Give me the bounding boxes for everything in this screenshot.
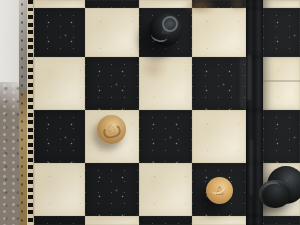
black-pawn[interactable]: ♟ bbox=[149, 13, 182, 46]
board-square-r3c2[interactable] bbox=[139, 110, 192, 163]
board-square-r5c2[interactable] bbox=[139, 216, 192, 225]
board-square-r2c1[interactable] bbox=[85, 57, 139, 110]
board-square-r5c5[interactable] bbox=[263, 216, 300, 225]
board-square-r2c2[interactable] bbox=[139, 57, 192, 110]
board-square-r2c0[interactable] bbox=[34, 57, 85, 110]
black-bishop[interactable]: ♝ bbox=[267, 166, 300, 204]
board-hinge bbox=[246, 110, 263, 163]
board-square-r0c0[interactable] bbox=[34, 0, 85, 8]
white-knight[interactable]: ♘ bbox=[97, 115, 126, 144]
board-border bbox=[27, 0, 34, 225]
board-hinge bbox=[246, 8, 263, 57]
board-square-r1c0[interactable] bbox=[34, 8, 85, 57]
board-square-r1c1[interactable] bbox=[85, 8, 139, 57]
board-square-r4c0[interactable] bbox=[34, 163, 85, 216]
white-pawn[interactable]: ♙ bbox=[206, 177, 233, 204]
board-square-r4c1[interactable] bbox=[85, 163, 139, 216]
board-square-r2c3[interactable] bbox=[192, 57, 246, 110]
board-square-r5c0[interactable] bbox=[34, 216, 85, 225]
board-square-r3c5[interactable] bbox=[263, 110, 300, 163]
piece-glyph: ♟ bbox=[159, 22, 172, 37]
piece-glyph: ♙ bbox=[214, 185, 225, 197]
board-hinge bbox=[246, 57, 263, 110]
board-square-r1c3[interactable] bbox=[192, 8, 246, 57]
piece-glyph: ♝ bbox=[279, 177, 293, 193]
board-hinge bbox=[246, 216, 263, 225]
board-square-r4c2[interactable] bbox=[139, 163, 192, 216]
border-dash-pattern bbox=[28, 0, 33, 225]
board-square-r3c0[interactable] bbox=[34, 110, 85, 163]
board-square-r0c1[interactable] bbox=[85, 0, 139, 8]
board-square-r0c3[interactable] bbox=[192, 0, 246, 8]
board-square-r5c1[interactable] bbox=[85, 216, 139, 225]
board-hinge bbox=[246, 0, 263, 8]
board-square-r3c3[interactable] bbox=[192, 110, 246, 163]
board-square-r0c2[interactable] bbox=[139, 0, 192, 8]
photo: ♟♘♙♝ bbox=[0, 0, 300, 225]
chessboard: ♟♘♙♝ bbox=[34, 0, 300, 225]
board-square-r5c3[interactable] bbox=[192, 216, 246, 225]
board-square-r0c5[interactable] bbox=[263, 0, 300, 8]
piece-glyph: ♘ bbox=[106, 123, 118, 136]
board-square-r1c5[interactable] bbox=[263, 8, 300, 57]
board-square-r2c5[interactable] bbox=[263, 57, 300, 110]
